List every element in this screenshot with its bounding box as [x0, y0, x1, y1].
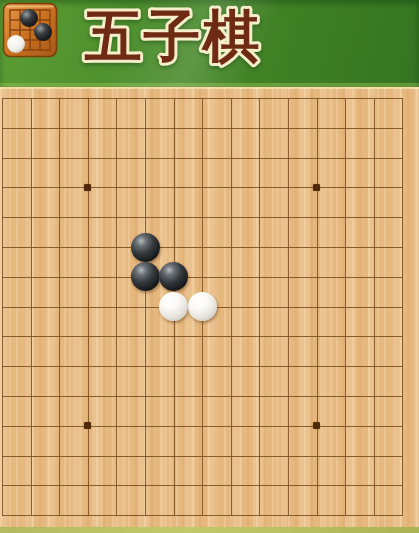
grid-line-vertical — [259, 98, 260, 516]
grid-line-horizontal — [2, 366, 403, 367]
black-stone — [131, 233, 160, 262]
game-board[interactable] — [0, 87, 419, 527]
logo-white-stone — [7, 35, 25, 53]
grid-line-horizontal — [2, 456, 403, 457]
gomoku-app-window: 五子棋 — [0, 0, 419, 533]
grid-line-vertical — [288, 98, 289, 516]
grid-line-vertical — [231, 98, 232, 516]
grid-line-vertical — [317, 98, 318, 516]
grid-line-vertical — [345, 98, 346, 516]
grid-line-vertical — [402, 98, 403, 516]
white-stone — [159, 292, 188, 321]
app-title-text: 五子棋 — [85, 4, 262, 68]
star-point — [313, 184, 320, 191]
app-header: 五子棋 — [0, 0, 419, 87]
star-point — [313, 422, 320, 429]
bottom-edge — [0, 527, 419, 533]
grid-line-horizontal — [2, 515, 403, 516]
grid-line-horizontal — [2, 485, 403, 486]
grid-line-horizontal — [2, 426, 403, 427]
app-title: 五子棋 — [66, 3, 280, 69]
logo-black-stone — [34, 23, 52, 41]
logo-black-stone — [20, 9, 38, 27]
app-logo-icon — [2, 2, 58, 58]
grid-line-horizontal — [2, 336, 403, 337]
black-stone — [159, 262, 188, 291]
grid-line-horizontal — [2, 396, 403, 397]
star-point — [84, 184, 91, 191]
star-point — [84, 422, 91, 429]
black-stone — [131, 262, 160, 291]
grid-line-vertical — [374, 98, 375, 516]
white-stone — [188, 292, 217, 321]
